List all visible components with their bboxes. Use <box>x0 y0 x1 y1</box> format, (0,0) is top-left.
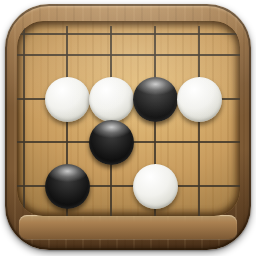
stone-white-6 <box>133 164 178 209</box>
go-board <box>17 21 240 216</box>
stone-white-3 <box>177 77 222 122</box>
stone-black-4 <box>89 120 134 165</box>
frame-bottom-bevel <box>19 215 237 239</box>
page-background: { "app": { "type": "app-icon", "descript… <box>0 0 256 256</box>
stone-black-5 <box>45 164 90 209</box>
stone-black-2 <box>133 77 178 122</box>
grid-line-horizontal-0 <box>17 33 240 35</box>
stone-white-1 <box>89 77 134 122</box>
grid-line-horizontal-1 <box>17 54 240 56</box>
stone-white-0 <box>45 77 90 122</box>
go-app-icon[interactable] <box>5 4 251 250</box>
